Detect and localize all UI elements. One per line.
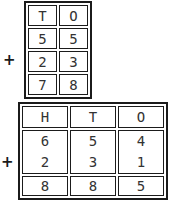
- table2-header-row: H T O: [22, 106, 164, 128]
- table1-cell-r1c2: 5: [59, 28, 88, 49]
- worksheet-canvas: + T O 5 5 2 3 7 8 + H T O 6 2: [0, 0, 175, 206]
- table1-addend2-row: 2 3: [28, 51, 88, 72]
- table1-cell-r3c1: 7: [28, 74, 57, 95]
- table2-header-hundreds: H: [22, 106, 68, 128]
- table2-addends-row: 6 2 5 3 4 1: [22, 130, 164, 174]
- table2-addends-tens: 5 3: [70, 130, 116, 174]
- table1-addend1-row: 5 5: [28, 28, 88, 49]
- table1-cell-r3c2: 8: [59, 74, 88, 95]
- plus-operator-1: +: [3, 53, 16, 68]
- table2-sum-ones: 5: [118, 176, 164, 196]
- table2-addends-ones: 4 1: [118, 130, 164, 174]
- table1-cell-r2c1: 2: [28, 51, 57, 72]
- table2-sum-row: 8 8 5: [22, 176, 164, 196]
- place-value-table-tens-ones: T O 5 5 2 3 7 8: [24, 1, 92, 99]
- addend1-tens: 5: [71, 131, 115, 152]
- addend1-hundreds: 6: [23, 131, 67, 152]
- addend1-ones: 4: [119, 131, 163, 152]
- table2-sum-hundreds: 8: [22, 176, 68, 196]
- table2-sum-tens: 8: [70, 176, 116, 196]
- table2-addends-hundreds: 6 2: [22, 130, 68, 174]
- table1-header-row: T O: [28, 5, 88, 26]
- table1-header-tens: T: [28, 5, 57, 26]
- table2-header-tens: T: [70, 106, 116, 128]
- addend2-ones: 1: [119, 152, 163, 173]
- place-value-table-hundreds-tens-ones: H T O 6 2 5 3 4 1 8 8 5: [18, 102, 168, 200]
- plus-operator-2: +: [1, 155, 14, 170]
- table2-header-ones: O: [118, 106, 164, 128]
- addend2-hundreds: 2: [23, 152, 67, 173]
- table1-sum-row: 7 8: [28, 74, 88, 95]
- table1-header-ones: O: [59, 5, 88, 26]
- table1-cell-r2c2: 3: [59, 51, 88, 72]
- table1-cell-r1c1: 5: [28, 28, 57, 49]
- addend2-tens: 3: [71, 152, 115, 173]
